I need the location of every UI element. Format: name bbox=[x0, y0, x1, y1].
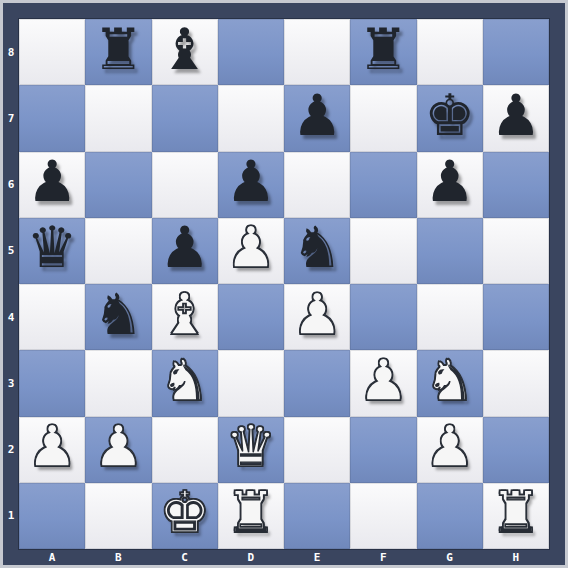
square-g5[interactable] bbox=[417, 218, 483, 284]
piece-white-bishop-c4[interactable]: ♝ bbox=[159, 286, 210, 343]
square-h3[interactable] bbox=[483, 350, 549, 416]
piece-black-rook-b8[interactable]: ♜ bbox=[93, 21, 144, 78]
square-g1[interactable] bbox=[417, 483, 483, 549]
square-a4[interactable] bbox=[19, 284, 85, 350]
square-a5[interactable]: ♛ bbox=[19, 218, 85, 284]
piece-white-knight-g3[interactable]: ♞ bbox=[424, 352, 475, 409]
square-b8[interactable]: ♜ bbox=[85, 19, 151, 85]
piece-white-knight-c3[interactable]: ♞ bbox=[159, 352, 210, 409]
square-f5[interactable] bbox=[350, 218, 416, 284]
square-a7[interactable] bbox=[19, 85, 85, 151]
square-e8[interactable] bbox=[284, 19, 350, 85]
rank-label-7: 7 bbox=[3, 85, 19, 151]
square-e1[interactable] bbox=[284, 483, 350, 549]
rank-label-5: 5 bbox=[3, 218, 19, 284]
chessboard-window: 87654321 ♜♝♜♟♚♟♟♟♟♛♟♟♞♞♝♟♞♟♞♟♟♛♟♚♜♜ ABCD… bbox=[0, 0, 568, 568]
rank-label-3: 3 bbox=[3, 350, 19, 416]
square-f4[interactable] bbox=[350, 284, 416, 350]
piece-black-queen-a5[interactable]: ♛ bbox=[27, 219, 78, 276]
square-e5[interactable]: ♞ bbox=[284, 218, 350, 284]
piece-white-pawn-b2[interactable]: ♟ bbox=[93, 418, 144, 475]
square-b7[interactable] bbox=[85, 85, 151, 151]
square-c5[interactable]: ♟ bbox=[152, 218, 218, 284]
piece-black-knight-e5[interactable]: ♞ bbox=[292, 219, 343, 276]
file-label-c: C bbox=[152, 549, 218, 565]
square-c6[interactable] bbox=[152, 152, 218, 218]
square-d7[interactable] bbox=[218, 85, 284, 151]
square-g2[interactable]: ♟ bbox=[417, 417, 483, 483]
square-c2[interactable] bbox=[152, 417, 218, 483]
file-label-f: F bbox=[350, 549, 416, 565]
rank-labels: 87654321 bbox=[3, 19, 19, 549]
square-g8[interactable] bbox=[417, 19, 483, 85]
piece-black-pawn-h7[interactable]: ♟ bbox=[490, 87, 541, 144]
piece-black-pawn-a6[interactable]: ♟ bbox=[27, 153, 78, 210]
square-c7[interactable] bbox=[152, 85, 218, 151]
square-b6[interactable] bbox=[85, 152, 151, 218]
square-h4[interactable] bbox=[483, 284, 549, 350]
square-h5[interactable] bbox=[483, 218, 549, 284]
chess-board[interactable]: ♜♝♜♟♚♟♟♟♟♛♟♟♞♞♝♟♞♟♞♟♟♛♟♚♜♜ bbox=[19, 19, 549, 549]
square-h7[interactable]: ♟ bbox=[483, 85, 549, 151]
square-e2[interactable] bbox=[284, 417, 350, 483]
file-labels: ABCDEFGH bbox=[19, 549, 549, 565]
rank-label-4: 4 bbox=[3, 284, 19, 350]
file-label-b: B bbox=[85, 549, 151, 565]
file-label-h: H bbox=[483, 549, 549, 565]
piece-white-rook-h1[interactable]: ♜ bbox=[490, 484, 541, 541]
square-e3[interactable] bbox=[284, 350, 350, 416]
square-b5[interactable] bbox=[85, 218, 151, 284]
square-h1[interactable]: ♜ bbox=[483, 483, 549, 549]
square-f6[interactable] bbox=[350, 152, 416, 218]
square-c4[interactable]: ♝ bbox=[152, 284, 218, 350]
square-f1[interactable] bbox=[350, 483, 416, 549]
rank-label-2: 2 bbox=[3, 417, 19, 483]
square-d5[interactable]: ♟ bbox=[218, 218, 284, 284]
piece-black-pawn-g6[interactable]: ♟ bbox=[424, 153, 475, 210]
square-e7[interactable]: ♟ bbox=[284, 85, 350, 151]
square-d2[interactable]: ♛ bbox=[218, 417, 284, 483]
piece-black-rook-f8[interactable]: ♜ bbox=[358, 21, 409, 78]
piece-white-pawn-e4[interactable]: ♟ bbox=[292, 286, 343, 343]
square-a3[interactable] bbox=[19, 350, 85, 416]
square-d8[interactable] bbox=[218, 19, 284, 85]
square-b1[interactable] bbox=[85, 483, 151, 549]
piece-black-knight-b4[interactable]: ♞ bbox=[93, 286, 144, 343]
piece-white-king-c1[interactable]: ♚ bbox=[159, 484, 210, 541]
piece-black-king-g7[interactable]: ♚ bbox=[424, 87, 475, 144]
square-b4[interactable]: ♞ bbox=[85, 284, 151, 350]
square-d3[interactable] bbox=[218, 350, 284, 416]
square-f7[interactable] bbox=[350, 85, 416, 151]
file-label-d: D bbox=[218, 549, 284, 565]
piece-white-pawn-g2[interactable]: ♟ bbox=[424, 418, 475, 475]
square-b3[interactable] bbox=[85, 350, 151, 416]
piece-black-bishop-c8[interactable]: ♝ bbox=[159, 21, 210, 78]
square-h2[interactable] bbox=[483, 417, 549, 483]
square-h6[interactable] bbox=[483, 152, 549, 218]
square-a2[interactable]: ♟ bbox=[19, 417, 85, 483]
square-g6[interactable]: ♟ bbox=[417, 152, 483, 218]
square-c8[interactable]: ♝ bbox=[152, 19, 218, 85]
piece-white-pawn-f3[interactable]: ♟ bbox=[358, 352, 409, 409]
square-a8[interactable] bbox=[19, 19, 85, 85]
rank-label-6: 6 bbox=[3, 152, 19, 218]
square-g4[interactable] bbox=[417, 284, 483, 350]
square-c3[interactable]: ♞ bbox=[152, 350, 218, 416]
piece-white-pawn-a2[interactable]: ♟ bbox=[27, 418, 78, 475]
square-f3[interactable]: ♟ bbox=[350, 350, 416, 416]
rank-label-8: 8 bbox=[3, 19, 19, 85]
square-e6[interactable] bbox=[284, 152, 350, 218]
square-c1[interactable]: ♚ bbox=[152, 483, 218, 549]
square-d6[interactable]: ♟ bbox=[218, 152, 284, 218]
square-f8[interactable]: ♜ bbox=[350, 19, 416, 85]
rank-label-1: 1 bbox=[3, 483, 19, 549]
square-a1[interactable] bbox=[19, 483, 85, 549]
piece-black-pawn-e7[interactable]: ♟ bbox=[292, 87, 343, 144]
square-h8[interactable] bbox=[483, 19, 549, 85]
piece-white-pawn-d5[interactable]: ♟ bbox=[225, 219, 276, 276]
square-f2[interactable] bbox=[350, 417, 416, 483]
piece-black-pawn-c5[interactable]: ♟ bbox=[159, 219, 210, 276]
square-g3[interactable]: ♞ bbox=[417, 350, 483, 416]
square-e4[interactable]: ♟ bbox=[284, 284, 350, 350]
square-g7[interactable]: ♚ bbox=[417, 85, 483, 151]
square-d1[interactable]: ♜ bbox=[218, 483, 284, 549]
piece-black-pawn-d6[interactable]: ♟ bbox=[225, 153, 276, 210]
file-label-g: G bbox=[417, 549, 483, 565]
piece-white-queen-d2[interactable]: ♛ bbox=[225, 418, 276, 475]
piece-white-rook-d1[interactable]: ♜ bbox=[225, 484, 276, 541]
square-b2[interactable]: ♟ bbox=[85, 417, 151, 483]
square-d4[interactable] bbox=[218, 284, 284, 350]
file-label-a: A bbox=[19, 549, 85, 565]
file-label-e: E bbox=[284, 549, 350, 565]
square-a6[interactable]: ♟ bbox=[19, 152, 85, 218]
